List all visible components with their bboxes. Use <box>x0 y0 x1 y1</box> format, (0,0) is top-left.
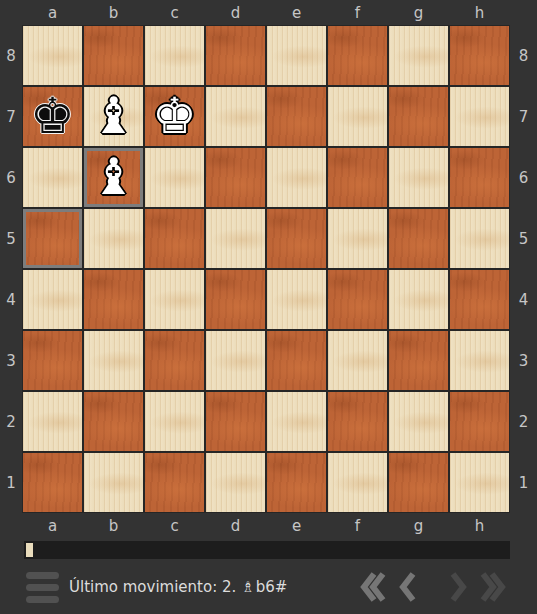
rank-label-8: 8 <box>0 25 22 86</box>
file-label-f: f <box>327 0 388 25</box>
square-b2[interactable] <box>84 392 143 451</box>
chess-app: abcdefgh 87654321 ♚♝♚♝ 87654321 abcdefgh… <box>0 0 537 614</box>
square-e2[interactable] <box>267 392 326 451</box>
last-move-text: Último movimiento: 2. <box>69 578 236 596</box>
rank-label-3: 3 <box>510 330 537 391</box>
square-c4[interactable] <box>145 270 204 329</box>
file-labels-bottom: abcdefgh <box>22 513 510 539</box>
square-b8[interactable] <box>84 26 143 85</box>
square-e1[interactable] <box>267 453 326 512</box>
file-label-h: h <box>449 513 510 539</box>
square-f8[interactable] <box>328 26 387 85</box>
double-chevron-left-icon <box>359 568 388 606</box>
bishop-icon: ♗ <box>241 578 254 596</box>
file-label-a: a <box>22 0 83 25</box>
scrubber-position-marker[interactable] <box>26 543 33 557</box>
square-c7[interactable]: ♚ <box>145 87 204 146</box>
rank-label-7: 7 <box>510 86 537 147</box>
first-move-button[interactable] <box>359 568 388 606</box>
square-d3[interactable] <box>206 331 265 390</box>
file-label-c: c <box>144 513 205 539</box>
square-a3[interactable] <box>23 331 82 390</box>
square-f6[interactable] <box>328 148 387 207</box>
square-d8[interactable] <box>206 26 265 85</box>
file-label-a: a <box>22 513 83 539</box>
rank-labels-right: 87654321 <box>510 25 537 513</box>
square-f1[interactable] <box>328 453 387 512</box>
square-h7[interactable] <box>450 87 509 146</box>
square-d2[interactable] <box>206 392 265 451</box>
square-g3[interactable] <box>389 331 448 390</box>
chevron-right-icon <box>448 568 468 606</box>
square-c5[interactable] <box>145 209 204 268</box>
rank-label-5: 5 <box>0 208 22 269</box>
file-label-e: e <box>266 513 327 539</box>
white-bishop-b6[interactable]: ♝ <box>91 148 136 207</box>
rank-label-4: 4 <box>0 269 22 330</box>
rank-label-6: 6 <box>0 147 22 208</box>
rank-label-4: 4 <box>510 269 537 330</box>
rank-label-2: 2 <box>0 391 22 452</box>
square-a2[interactable] <box>23 392 82 451</box>
rank-label-7: 7 <box>0 86 22 147</box>
rank-label-8: 8 <box>510 25 537 86</box>
last-move-status: Último movimiento: 2. ♗ b6# <box>69 578 287 596</box>
file-label-g: g <box>388 513 449 539</box>
square-d1[interactable] <box>206 453 265 512</box>
rank-label-3: 3 <box>0 330 22 391</box>
square-e4[interactable] <box>267 270 326 329</box>
square-h2[interactable] <box>450 392 509 451</box>
last-move-button[interactable] <box>478 568 507 606</box>
file-label-d: d <box>205 513 266 539</box>
hamburger-icon <box>26 572 59 603</box>
square-c3[interactable] <box>145 331 204 390</box>
file-label-b: b <box>83 513 144 539</box>
square-b7[interactable]: ♝ <box>84 87 143 146</box>
rank-label-5: 5 <box>510 208 537 269</box>
menu-button[interactable] <box>26 572 59 603</box>
square-g6[interactable] <box>389 148 448 207</box>
file-label-h: h <box>449 0 510 25</box>
file-label-e: e <box>266 0 327 25</box>
rank-labels-left: 87654321 <box>0 25 22 513</box>
square-c1[interactable] <box>145 453 204 512</box>
board: ♚♝♚♝ <box>22 25 510 513</box>
square-a7[interactable]: ♚ <box>23 87 82 146</box>
square-h3[interactable] <box>450 331 509 390</box>
square-g5[interactable] <box>389 209 448 268</box>
file-label-d: d <box>205 0 266 25</box>
square-f7[interactable] <box>328 87 387 146</box>
square-h6[interactable] <box>450 148 509 207</box>
file-label-g: g <box>388 0 449 25</box>
square-g1[interactable] <box>389 453 448 512</box>
square-f5[interactable] <box>328 209 387 268</box>
square-g7[interactable] <box>389 87 448 146</box>
square-c8[interactable] <box>145 26 204 85</box>
square-f4[interactable] <box>328 270 387 329</box>
square-d7[interactable] <box>206 87 265 146</box>
square-g8[interactable] <box>389 26 448 85</box>
file-label-c: c <box>144 0 205 25</box>
rank-label-1: 1 <box>0 452 22 513</box>
previous-move-button[interactable] <box>398 568 418 606</box>
white-king-c7[interactable]: ♚ <box>152 87 197 146</box>
square-b5[interactable] <box>84 209 143 268</box>
double-chevron-right-icon <box>478 568 507 606</box>
rank-label-1: 1 <box>510 452 537 513</box>
square-a4[interactable] <box>23 270 82 329</box>
square-c6[interactable] <box>145 148 204 207</box>
chevron-left-icon <box>398 568 418 606</box>
square-a1[interactable] <box>23 453 82 512</box>
file-label-b: b <box>83 0 144 25</box>
nav-buttons <box>359 568 507 606</box>
square-b4[interactable] <box>84 270 143 329</box>
toolbar: Último movimiento: 2. ♗ b6# <box>0 563 537 611</box>
square-d6[interactable] <box>206 148 265 207</box>
square-h5[interactable] <box>450 209 509 268</box>
square-f2[interactable] <box>328 392 387 451</box>
next-move-button[interactable] <box>448 568 468 606</box>
square-f3[interactable] <box>328 331 387 390</box>
file-label-f: f <box>327 513 388 539</box>
square-e5[interactable] <box>267 209 326 268</box>
square-e7[interactable] <box>267 87 326 146</box>
rank-label-2: 2 <box>510 391 537 452</box>
black-king-a7[interactable]: ♚ <box>30 87 75 146</box>
square-e8[interactable] <box>267 26 326 85</box>
square-d4[interactable] <box>206 270 265 329</box>
square-g4[interactable] <box>389 270 448 329</box>
last-move-square: b6# <box>256 578 288 596</box>
square-b3[interactable] <box>84 331 143 390</box>
square-g2[interactable] <box>389 392 448 451</box>
square-c2[interactable] <box>145 392 204 451</box>
square-a6[interactable] <box>23 148 82 207</box>
square-b1[interactable] <box>84 453 143 512</box>
square-h8[interactable] <box>450 26 509 85</box>
square-h4[interactable] <box>450 270 509 329</box>
file-labels-top: abcdefgh <box>22 0 510 25</box>
white-bishop-b7[interactable]: ♝ <box>91 87 136 146</box>
square-e6[interactable] <box>267 148 326 207</box>
rank-label-6: 6 <box>510 147 537 208</box>
square-d5[interactable] <box>206 209 265 268</box>
square-e3[interactable] <box>267 331 326 390</box>
square-a8[interactable] <box>23 26 82 85</box>
square-b6[interactable]: ♝ <box>84 148 143 207</box>
move-scrubber[interactable] <box>24 541 510 559</box>
square-h1[interactable] <box>450 453 509 512</box>
square-a5[interactable] <box>23 209 82 268</box>
